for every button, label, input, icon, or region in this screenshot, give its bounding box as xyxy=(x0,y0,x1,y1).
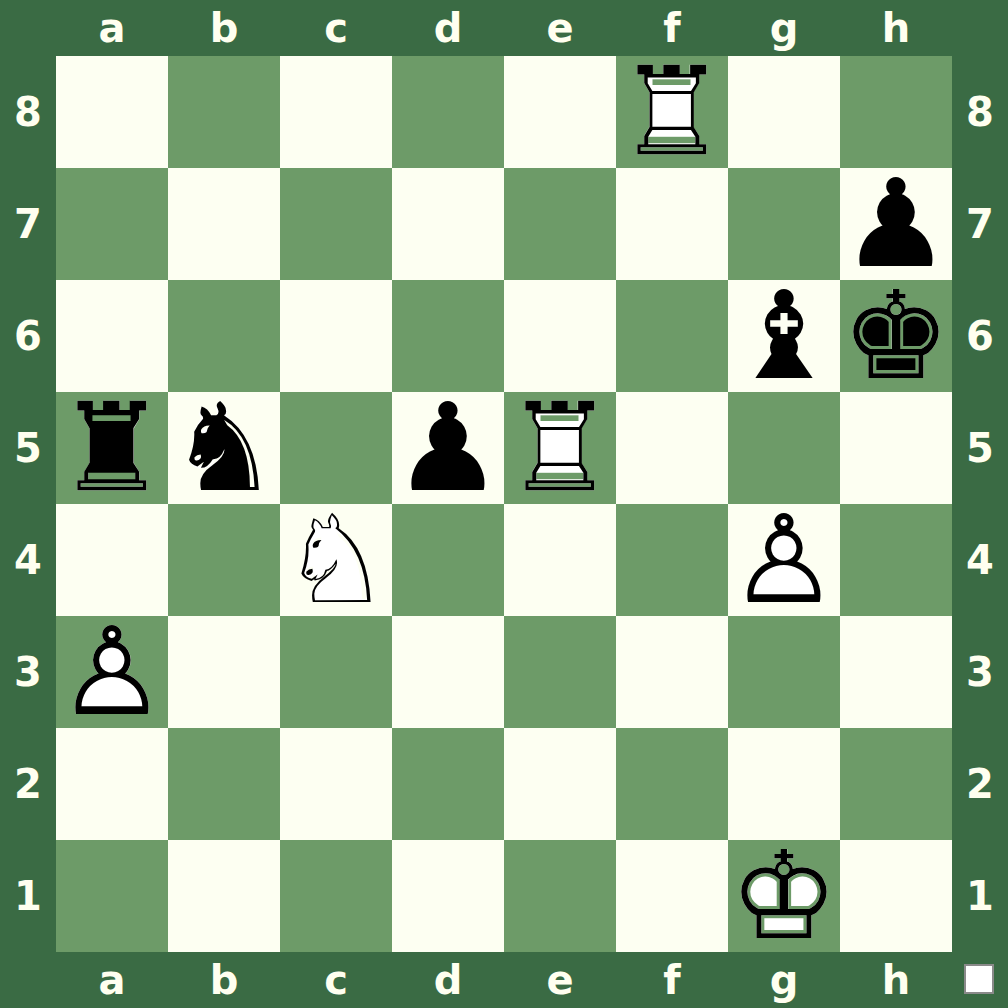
file-label-bottom-d: d xyxy=(392,952,504,1008)
piece-outline-layer: ♔ xyxy=(728,840,840,952)
file-label-bottom-g: g xyxy=(728,952,840,1008)
square-c5[interactable] xyxy=(280,392,392,504)
square-f6[interactable] xyxy=(616,280,728,392)
square-b1[interactable] xyxy=(168,840,280,952)
piece-fill-layer: ♙ xyxy=(392,392,504,504)
square-e2[interactable] xyxy=(504,728,616,840)
square-h7[interactable]: ♙♟ xyxy=(840,168,952,280)
square-b3[interactable] xyxy=(168,616,280,728)
piece-outline-layer: ♝ xyxy=(728,280,840,392)
piece-white-pawn[interactable]: ♟♙ xyxy=(56,616,168,728)
square-h8[interactable] xyxy=(840,56,952,168)
square-f5[interactable] xyxy=(616,392,728,504)
rank-label-left-5: 5 xyxy=(0,392,56,504)
rank-label-left-4: 4 xyxy=(0,504,56,616)
piece-outline-layer: ♖ xyxy=(616,56,728,168)
piece-outline-layer: ♘ xyxy=(280,504,392,616)
square-g7[interactable] xyxy=(728,168,840,280)
rank-label-left-8: 8 xyxy=(0,56,56,168)
square-d8[interactable] xyxy=(392,56,504,168)
square-d1[interactable] xyxy=(392,840,504,952)
square-a8[interactable] xyxy=(56,56,168,168)
square-c7[interactable] xyxy=(280,168,392,280)
chess-diagram: abcdefgh 87654321 87654321 abcdefgh ♜♖♙♟… xyxy=(0,0,1008,1008)
file-label-bottom-f: f xyxy=(616,952,728,1008)
square-d2[interactable] xyxy=(392,728,504,840)
piece-white-rook[interactable]: ♜♖ xyxy=(616,56,728,168)
piece-fill-layer: ♜ xyxy=(504,392,616,504)
file-label-bottom-c: c xyxy=(280,952,392,1008)
square-b2[interactable] xyxy=(168,728,280,840)
piece-fill-layer: ♜ xyxy=(616,56,728,168)
turn-indicator-white-to-move xyxy=(964,964,994,994)
piece-white-knight[interactable]: ♞♘ xyxy=(280,504,392,616)
rank-label-left-2: 2 xyxy=(0,728,56,840)
piece-fill-layer: ♔ xyxy=(840,280,952,392)
file-label-bottom-b: b xyxy=(168,952,280,1008)
rank-label-right-3: 3 xyxy=(952,616,1008,728)
file-label-bottom-a: a xyxy=(56,952,168,1008)
file-label-top-d: d xyxy=(392,0,504,56)
square-g5[interactable] xyxy=(728,392,840,504)
piece-fill-layer: ♚ xyxy=(728,840,840,952)
rank-label-right-2: 2 xyxy=(952,728,1008,840)
square-h2[interactable] xyxy=(840,728,952,840)
square-c4[interactable]: ♞♘ xyxy=(280,504,392,616)
square-g4[interactable]: ♟♙ xyxy=(728,504,840,616)
square-a5[interactable]: ♖♜ xyxy=(56,392,168,504)
piece-fill-layer: ♖ xyxy=(56,392,168,504)
rank-labels-right: 87654321 xyxy=(952,56,1008,952)
square-g2[interactable] xyxy=(728,728,840,840)
piece-black-bishop[interactable]: ♗♝ xyxy=(728,280,840,392)
rank-label-right-1: 1 xyxy=(952,840,1008,952)
square-h4[interactable] xyxy=(840,504,952,616)
square-f8[interactable]: ♜♖ xyxy=(616,56,728,168)
piece-outline-layer: ♞ xyxy=(168,392,280,504)
piece-outline-layer: ♜ xyxy=(56,392,168,504)
square-c6[interactable] xyxy=(280,280,392,392)
square-f1[interactable] xyxy=(616,840,728,952)
rank-label-left-7: 7 xyxy=(0,168,56,280)
square-f3[interactable] xyxy=(616,616,728,728)
file-label-top-e: e xyxy=(504,0,616,56)
piece-fill-layer: ♘ xyxy=(168,392,280,504)
piece-outline-layer: ♙ xyxy=(728,504,840,616)
file-label-top-b: b xyxy=(168,0,280,56)
piece-outline-layer: ♚ xyxy=(840,280,952,392)
rank-label-right-8: 8 xyxy=(952,56,1008,168)
square-h3[interactable] xyxy=(840,616,952,728)
square-b4[interactable] xyxy=(168,504,280,616)
rank-label-left-3: 3 xyxy=(0,616,56,728)
square-a2[interactable] xyxy=(56,728,168,840)
rank-label-right-6: 6 xyxy=(952,280,1008,392)
square-g6[interactable]: ♗♝ xyxy=(728,280,840,392)
piece-black-knight[interactable]: ♘♞ xyxy=(168,392,280,504)
square-a3[interactable]: ♟♙ xyxy=(56,616,168,728)
square-e8[interactable] xyxy=(504,56,616,168)
square-g3[interactable] xyxy=(728,616,840,728)
piece-black-king[interactable]: ♔♚ xyxy=(840,280,952,392)
square-c2[interactable] xyxy=(280,728,392,840)
piece-white-rook[interactable]: ♜♖ xyxy=(504,392,616,504)
rank-label-left-6: 6 xyxy=(0,280,56,392)
file-labels-top: abcdefgh xyxy=(56,0,952,56)
square-c8[interactable] xyxy=(280,56,392,168)
piece-white-pawn[interactable]: ♟♙ xyxy=(728,504,840,616)
square-b6[interactable] xyxy=(168,280,280,392)
file-label-top-h: h xyxy=(840,0,952,56)
piece-white-king[interactable]: ♚♔ xyxy=(728,840,840,952)
square-h6[interactable]: ♔♚ xyxy=(840,280,952,392)
square-e5[interactable]: ♜♖ xyxy=(504,392,616,504)
piece-fill-layer: ♟ xyxy=(56,616,168,728)
file-labels-bottom: abcdefgh xyxy=(56,952,952,1008)
piece-outline-layer: ♖ xyxy=(504,392,616,504)
square-d5[interactable]: ♙♟ xyxy=(392,392,504,504)
square-d7[interactable] xyxy=(392,168,504,280)
piece-fill-layer: ♗ xyxy=(728,280,840,392)
piece-black-pawn[interactable]: ♙♟ xyxy=(840,168,952,280)
piece-outline-layer: ♟ xyxy=(840,168,952,280)
square-e1[interactable] xyxy=(504,840,616,952)
square-d3[interactable] xyxy=(392,616,504,728)
square-e3[interactable] xyxy=(504,616,616,728)
file-label-bottom-e: e xyxy=(504,952,616,1008)
square-b7[interactable] xyxy=(168,168,280,280)
square-d6[interactable] xyxy=(392,280,504,392)
file-label-top-c: c xyxy=(280,0,392,56)
square-g8[interactable] xyxy=(728,56,840,168)
square-b8[interactable] xyxy=(168,56,280,168)
square-a1[interactable] xyxy=(56,840,168,952)
square-h5[interactable] xyxy=(840,392,952,504)
square-a7[interactable] xyxy=(56,168,168,280)
piece-black-rook[interactable]: ♖♜ xyxy=(56,392,168,504)
piece-outline-layer: ♟ xyxy=(392,392,504,504)
piece-fill-layer: ♟ xyxy=(728,504,840,616)
square-c1[interactable] xyxy=(280,840,392,952)
file-label-top-a: a xyxy=(56,0,168,56)
square-f2[interactable] xyxy=(616,728,728,840)
square-c3[interactable] xyxy=(280,616,392,728)
piece-black-pawn[interactable]: ♙♟ xyxy=(392,392,504,504)
chess-board: ♜♖♙♟♗♝♔♚♖♜♘♞♙♟♜♖♞♘♟♙♟♙♚♔ xyxy=(56,56,952,952)
rank-label-left-1: 1 xyxy=(0,840,56,952)
piece-fill-layer: ♞ xyxy=(280,504,392,616)
square-d4[interactable] xyxy=(392,504,504,616)
square-b5[interactable]: ♘♞ xyxy=(168,392,280,504)
square-g1[interactable]: ♚♔ xyxy=(728,840,840,952)
rank-label-right-7: 7 xyxy=(952,168,1008,280)
square-e4[interactable] xyxy=(504,504,616,616)
file-label-top-f: f xyxy=(616,0,728,56)
file-label-bottom-h: h xyxy=(840,952,952,1008)
square-a6[interactable] xyxy=(56,280,168,392)
square-f7[interactable] xyxy=(616,168,728,280)
piece-outline-layer: ♙ xyxy=(56,616,168,728)
rank-label-right-5: 5 xyxy=(952,392,1008,504)
square-f4[interactable] xyxy=(616,504,728,616)
piece-fill-layer: ♙ xyxy=(840,168,952,280)
square-a4[interactable] xyxy=(56,504,168,616)
rank-labels-left: 87654321 xyxy=(0,56,56,952)
square-h1[interactable] xyxy=(840,840,952,952)
rank-label-right-4: 4 xyxy=(952,504,1008,616)
square-e6[interactable] xyxy=(504,280,616,392)
file-label-top-g: g xyxy=(728,0,840,56)
square-e7[interactable] xyxy=(504,168,616,280)
